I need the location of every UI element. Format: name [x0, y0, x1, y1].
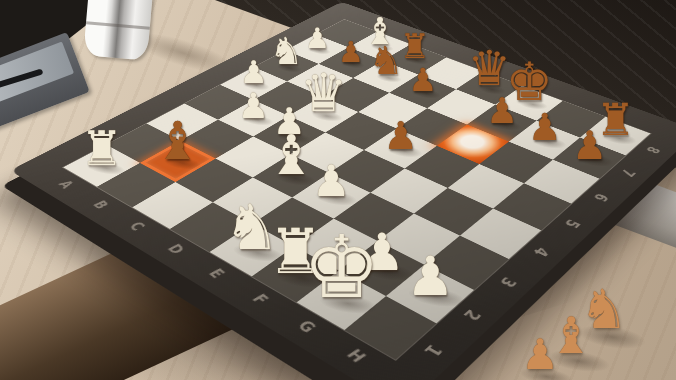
white-pawn-a5[interactable]: ♟ [237, 57, 271, 88]
black-pawn-e5[interactable]: ♟ [380, 117, 422, 155]
black-pawn-g7[interactable]: ♟ [524, 109, 565, 146]
black-bishop-b2[interactable]: ♝ [149, 115, 207, 168]
white-pawn-h2[interactable]: ♟ [401, 250, 461, 304]
white-king-g1[interactable]: ♚ [294, 224, 389, 311]
black-pawn-h7[interactable]: ♟ [568, 126, 611, 165]
captured-black-knight: ♞ [574, 283, 633, 337]
black-pawn-d7[interactable]: ♟ [405, 64, 440, 96]
rank-label-4: 4 [507, 232, 575, 271]
white-rook-a1[interactable]: ♜ [75, 125, 127, 173]
rank-label-5: 5 [539, 206, 605, 243]
black-knight-c7[interactable]: ♞ [365, 42, 408, 81]
rank-label-6: 6 [569, 180, 633, 214]
rank-label-3: 3 [473, 261, 543, 304]
black-pawn-f7[interactable]: ♟ [483, 93, 522, 129]
chess-3d-scene: ABCDEFGH12345678 ♝♟♜♟♞♞♟♛♟♚♛♟♟♟♜♟♟♟♝♜♝♟♞… [0, 0, 676, 380]
white-pawn-b4[interactable]: ♟ [234, 89, 272, 124]
white-pawn-e3[interactable]: ♟ [308, 160, 356, 203]
